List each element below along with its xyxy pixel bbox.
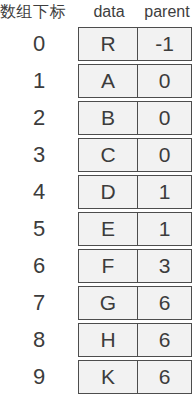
table-row: 7G6 [0, 286, 196, 320]
data-cell: A [79, 65, 138, 97]
row-index-label: 7 [0, 286, 78, 320]
header-data: data [80, 3, 138, 21]
parent-cell: 1 [138, 176, 191, 208]
table-row: 2B0 [0, 101, 196, 135]
row-box: E1 [78, 212, 192, 246]
data-cell: E [79, 213, 138, 245]
table-row: 4D1 [0, 175, 196, 209]
row-box: H6 [78, 323, 192, 357]
parent-cell: 0 [138, 139, 191, 171]
parent-cell: 3 [138, 250, 191, 282]
table-row: 1A0 [0, 64, 196, 98]
table-row: 6F3 [0, 249, 196, 283]
data-cell: F [79, 250, 138, 282]
parent-cell: 6 [138, 361, 191, 393]
data-cell: B [79, 102, 138, 134]
row-box: B0 [78, 101, 192, 135]
data-cell: G [79, 287, 138, 319]
row-index-label: 2 [0, 101, 78, 135]
header-parent: parent [138, 3, 196, 21]
row-box: D1 [78, 175, 192, 209]
data-cell: K [79, 361, 138, 393]
parent-cell: 1 [138, 213, 191, 245]
table-row: 5E1 [0, 212, 196, 246]
row-box: K6 [78, 360, 192, 394]
row-box: G6 [78, 286, 192, 320]
parent-cell: -1 [138, 28, 191, 60]
row-box: F3 [78, 249, 192, 283]
data-cell: R [79, 28, 138, 60]
parent-cell: 0 [138, 65, 191, 97]
table-row: 0R-1 [0, 27, 196, 61]
parent-cell: 6 [138, 324, 191, 356]
row-index-label: 4 [0, 175, 78, 209]
row-box: R-1 [78, 27, 192, 61]
parent-cell: 6 [138, 287, 191, 319]
row-index-label: 9 [0, 360, 78, 394]
table-row: 3C0 [0, 138, 196, 172]
row-index-label: 3 [0, 138, 78, 172]
array-table: 0R-11A02B03C04D15E16F37G68H69K6 [0, 27, 196, 394]
table-row: 8H6 [0, 323, 196, 357]
column-headers: 数组下标 data parent [0, 0, 196, 24]
row-index-label: 5 [0, 212, 78, 246]
table-row: 9K6 [0, 360, 196, 394]
data-cell: H [79, 324, 138, 356]
data-cell: D [79, 176, 138, 208]
row-box: A0 [78, 64, 192, 98]
row-index-label: 1 [0, 64, 78, 98]
tree-parent-array-diagram: 数组下标 data parent 0R-11A02B03C04D15E16F37… [0, 0, 196, 400]
row-index-label: 0 [0, 27, 78, 61]
header-array-index: 数组下标 [0, 2, 80, 23]
row-box: C0 [78, 138, 192, 172]
data-cell: C [79, 139, 138, 171]
row-index-label: 8 [0, 323, 78, 357]
row-index-label: 6 [0, 249, 78, 283]
parent-cell: 0 [138, 102, 191, 134]
